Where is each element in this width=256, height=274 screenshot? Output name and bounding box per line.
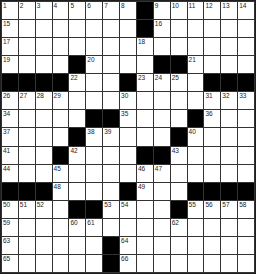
- clue-number: 20: [87, 56, 94, 64]
- grid-cell[interactable]: [221, 237, 237, 254]
- grid-cell[interactable]: 19: [2, 56, 18, 73]
- grid-cell[interactable]: [171, 237, 187, 254]
- grid-cell[interactable]: [53, 38, 69, 55]
- crossword-puzzle: 1234567891011121314151617181920212223242…: [0, 0, 256, 274]
- grid-cell[interactable]: [103, 165, 119, 182]
- grid-cell[interactable]: 2: [19, 2, 35, 19]
- grid-cell[interactable]: [120, 38, 136, 55]
- grid-cell[interactable]: [188, 255, 204, 272]
- clue-number: 33: [239, 92, 246, 100]
- grid-cell[interactable]: 44: [2, 165, 18, 182]
- grid-cell[interactable]: [238, 237, 254, 254]
- grid-cell[interactable]: [86, 92, 102, 109]
- grid-cell[interactable]: [53, 128, 69, 145]
- grid-cell[interactable]: [36, 110, 52, 127]
- grid-cell[interactable]: [19, 56, 35, 73]
- black-cell: [69, 128, 85, 145]
- grid-cell[interactable]: [204, 147, 220, 164]
- clue-number: 50: [3, 201, 10, 209]
- grid-cell[interactable]: [103, 219, 119, 236]
- grid-cell[interactable]: [36, 38, 52, 55]
- clue-number: 31: [205, 92, 212, 100]
- grid-cell[interactable]: 48: [53, 183, 69, 200]
- grid-cell[interactable]: [204, 128, 220, 145]
- grid-cell[interactable]: [238, 255, 254, 272]
- grid-cell[interactable]: [53, 237, 69, 254]
- grid-cell[interactable]: [221, 38, 237, 55]
- grid-cell[interactable]: 22: [69, 74, 85, 91]
- black-cell: [137, 20, 153, 37]
- grid-cell[interactable]: 59: [2, 219, 18, 236]
- grid-cell[interactable]: 43: [171, 147, 187, 164]
- black-cell: [19, 183, 35, 200]
- clue-number: 41: [3, 147, 10, 155]
- clue-number: 57: [222, 201, 229, 209]
- clue-number: 37: [3, 128, 10, 136]
- grid-cell[interactable]: [221, 110, 237, 127]
- grid-cell[interactable]: [221, 128, 237, 145]
- grid-cell[interactable]: 8: [120, 2, 136, 19]
- clue-number: 29: [54, 92, 61, 100]
- clue-number: 32: [222, 92, 229, 100]
- grid-cell[interactable]: [238, 110, 254, 127]
- grid-cell[interactable]: [86, 255, 102, 272]
- clue-number: 38: [87, 128, 94, 136]
- clue-number: 13: [222, 2, 229, 10]
- black-cell: [188, 183, 204, 200]
- grid-cell[interactable]: [53, 56, 69, 73]
- grid-cell[interactable]: [154, 183, 170, 200]
- grid-cell[interactable]: [238, 20, 254, 37]
- clue-number: 48: [54, 183, 61, 191]
- grid-cell[interactable]: 55: [188, 201, 204, 218]
- grid-cell[interactable]: 51: [19, 201, 35, 218]
- clue-number: 21: [189, 56, 196, 64]
- grid-cell[interactable]: [103, 92, 119, 109]
- grid-cell[interactable]: [69, 110, 85, 127]
- grid-cell[interactable]: [103, 56, 119, 73]
- clue-number: 15: [3, 20, 10, 28]
- grid-cell[interactable]: [154, 92, 170, 109]
- grid-cell[interactable]: [238, 165, 254, 182]
- clue-number: 36: [205, 110, 212, 118]
- grid-cell[interactable]: 13: [221, 2, 237, 19]
- grid-cell[interactable]: 18: [137, 38, 153, 55]
- grid-cell[interactable]: 57: [221, 201, 237, 218]
- grid-cell[interactable]: [120, 147, 136, 164]
- grid-cell[interactable]: [120, 165, 136, 182]
- grid-cell[interactable]: 7: [103, 2, 119, 19]
- black-cell: [103, 237, 119, 254]
- black-cell: [238, 183, 254, 200]
- clue-number: 26: [3, 92, 10, 100]
- clue-number: 61: [87, 219, 94, 227]
- clue-number: 64: [121, 237, 128, 245]
- grid-cell[interactable]: [188, 237, 204, 254]
- grid-cell[interactable]: 26: [2, 92, 18, 109]
- black-cell: [188, 110, 204, 127]
- grid-cell[interactable]: [137, 56, 153, 73]
- clue-number: 9: [155, 2, 159, 10]
- grid-cell[interactable]: [238, 56, 254, 73]
- grid-cell[interactable]: 42: [69, 147, 85, 164]
- grid-cell[interactable]: [171, 183, 187, 200]
- grid-cell[interactable]: 9: [154, 2, 170, 19]
- black-cell: [36, 183, 52, 200]
- grid-cell[interactable]: [36, 147, 52, 164]
- clue-number: 8: [121, 2, 125, 10]
- grid-cell[interactable]: [171, 92, 187, 109]
- black-cell: [137, 2, 153, 19]
- grid-cell[interactable]: [53, 110, 69, 127]
- black-cell: [221, 74, 237, 91]
- grid-cell[interactable]: [103, 147, 119, 164]
- grid-cell[interactable]: [188, 74, 204, 91]
- grid-cell[interactable]: 10: [171, 2, 187, 19]
- grid-cell[interactable]: [69, 255, 85, 272]
- grid-cell[interactable]: [36, 219, 52, 236]
- clue-number: 60: [70, 219, 77, 227]
- black-cell: [53, 147, 69, 164]
- grid-cell[interactable]: [221, 56, 237, 73]
- clue-number: 55: [189, 201, 196, 209]
- grid-cell[interactable]: [188, 92, 204, 109]
- grid-cell[interactable]: [69, 165, 85, 182]
- grid-cell[interactable]: [188, 38, 204, 55]
- grid-cell[interactable]: 62: [171, 219, 187, 236]
- grid-cell[interactable]: 36: [204, 110, 220, 127]
- clue-number: 10: [172, 2, 179, 10]
- black-cell: [204, 74, 220, 91]
- clue-number: 35: [121, 110, 128, 118]
- grid-cell[interactable]: 11: [188, 2, 204, 19]
- grid-cell[interactable]: [120, 20, 136, 37]
- grid-cell[interactable]: [19, 110, 35, 127]
- grid-cell[interactable]: [69, 38, 85, 55]
- grid-cell[interactable]: 4: [53, 2, 69, 19]
- grid-cell[interactable]: 46: [137, 165, 153, 182]
- grid-cell[interactable]: [171, 110, 187, 127]
- grid-cell[interactable]: 1: [2, 2, 18, 19]
- clue-number: 14: [239, 2, 246, 10]
- black-cell: [103, 255, 119, 272]
- clue-number: 53: [104, 201, 111, 209]
- grid-cell[interactable]: [103, 74, 119, 91]
- black-cell: [2, 74, 18, 91]
- clue-number: 43: [172, 147, 179, 155]
- clue-number: 49: [138, 183, 145, 191]
- clue-number: 40: [189, 128, 196, 136]
- grid-cell[interactable]: [69, 183, 85, 200]
- grid-cell[interactable]: [86, 183, 102, 200]
- clue-number: 4: [54, 2, 58, 10]
- grid-cell[interactable]: [188, 20, 204, 37]
- grid-cell[interactable]: [137, 110, 153, 127]
- grid-cell[interactable]: 35: [120, 110, 136, 127]
- black-cell: [204, 183, 220, 200]
- grid-cell[interactable]: [204, 38, 220, 55]
- grid-cell[interactable]: [238, 147, 254, 164]
- clue-number: 6: [87, 2, 91, 10]
- grid-cell[interactable]: [103, 38, 119, 55]
- grid-cell[interactable]: 53: [103, 201, 119, 218]
- black-cell: [19, 74, 35, 91]
- grid-cell[interactable]: [204, 237, 220, 254]
- grid-cell[interactable]: 33: [238, 92, 254, 109]
- grid-cell[interactable]: 15: [2, 20, 18, 37]
- clue-number: 42: [70, 147, 77, 155]
- black-cell: [69, 56, 85, 73]
- grid-cell[interactable]: 29: [53, 92, 69, 109]
- grid-cell[interactable]: [36, 20, 52, 37]
- grid-cell[interactable]: 50: [2, 201, 18, 218]
- grid-cell[interactable]: [221, 165, 237, 182]
- grid-cell[interactable]: [154, 128, 170, 145]
- clue-number: 45: [54, 165, 61, 173]
- grid-cell[interactable]: 17: [2, 38, 18, 55]
- grid-cell[interactable]: 14: [238, 2, 254, 19]
- grid-cell[interactable]: 52: [36, 201, 52, 218]
- grid-cell[interactable]: [137, 128, 153, 145]
- grid-cell[interactable]: [171, 38, 187, 55]
- grid-cell[interactable]: 56: [204, 201, 220, 218]
- grid-cell[interactable]: [86, 147, 102, 164]
- grid-cell[interactable]: [154, 38, 170, 55]
- grid-cell[interactable]: [69, 92, 85, 109]
- black-cell: [171, 201, 187, 218]
- grid-cell[interactable]: 32: [221, 92, 237, 109]
- grid-cell[interactable]: 45: [53, 165, 69, 182]
- grid-cell[interactable]: [19, 237, 35, 254]
- grid-cell[interactable]: [238, 219, 254, 236]
- grid-cell[interactable]: 60: [69, 219, 85, 236]
- clue-number: 25: [172, 74, 179, 82]
- clue-number: 18: [138, 38, 145, 46]
- grid-cell[interactable]: [86, 20, 102, 37]
- grid-cell[interactable]: 25: [171, 74, 187, 91]
- grid-cell[interactable]: [120, 219, 136, 236]
- black-cell: [86, 201, 102, 218]
- grid-cell[interactable]: 20: [86, 56, 102, 73]
- grid-cell[interactable]: [171, 20, 187, 37]
- clue-number: 56: [205, 201, 212, 209]
- clue-number: 46: [138, 165, 145, 173]
- clue-number: 51: [20, 201, 27, 209]
- grid-cell[interactable]: 37: [2, 128, 18, 145]
- grid-cell[interactable]: [19, 38, 35, 55]
- grid-cell[interactable]: 47: [154, 165, 170, 182]
- grid-cell[interactable]: [154, 255, 170, 272]
- grid-cell[interactable]: [204, 56, 220, 73]
- grid-cell[interactable]: [137, 201, 153, 218]
- grid-cell[interactable]: 23: [137, 74, 153, 91]
- clue-number: 30: [121, 92, 128, 100]
- grid-cell[interactable]: [53, 20, 69, 37]
- clue-number: 5: [70, 2, 74, 10]
- grid-cell[interactable]: 49: [137, 183, 153, 200]
- clue-number: 34: [3, 110, 10, 118]
- clue-number: 44: [3, 165, 10, 173]
- black-cell: [2, 183, 18, 200]
- grid-cell[interactable]: [103, 183, 119, 200]
- grid-cell[interactable]: [188, 219, 204, 236]
- black-cell: [120, 74, 136, 91]
- clue-number: 11: [189, 2, 196, 10]
- clue-number: 24: [155, 74, 162, 82]
- grid-cell[interactable]: [86, 165, 102, 182]
- clue-number: 12: [205, 2, 212, 10]
- grid-cell[interactable]: [36, 56, 52, 73]
- grid-cell[interactable]: 16: [154, 20, 170, 37]
- grid-cell[interactable]: [36, 255, 52, 272]
- grid-cell[interactable]: [86, 237, 102, 254]
- black-cell: [171, 56, 187, 73]
- clue-number: 52: [37, 201, 44, 209]
- grid-cell[interactable]: [154, 219, 170, 236]
- clue-number: 59: [3, 219, 10, 227]
- black-cell: [238, 74, 254, 91]
- grid-cell[interactable]: 3: [36, 2, 52, 19]
- grid-cell[interactable]: 40: [188, 128, 204, 145]
- grid-cell[interactable]: 34: [2, 110, 18, 127]
- grid-cell[interactable]: [171, 165, 187, 182]
- clue-number: 28: [37, 92, 44, 100]
- clue-number: 62: [172, 219, 179, 227]
- clue-number: 17: [3, 38, 10, 46]
- black-cell: [137, 147, 153, 164]
- grid-cell[interactable]: [53, 219, 69, 236]
- grid-cell[interactable]: 30: [120, 92, 136, 109]
- grid-cell[interactable]: [19, 219, 35, 236]
- crossword-grid: 1234567891011121314151617181920212223242…: [0, 0, 256, 274]
- grid-cell[interactable]: 58: [238, 201, 254, 218]
- grid-cell[interactable]: [137, 255, 153, 272]
- grid-cell[interactable]: [171, 255, 187, 272]
- clue-number: 39: [104, 128, 111, 136]
- grid-cell[interactable]: [69, 20, 85, 37]
- grid-cell[interactable]: [36, 165, 52, 182]
- clue-number: 54: [121, 201, 128, 209]
- grid-cell[interactable]: [19, 20, 35, 37]
- grid-cell[interactable]: [221, 219, 237, 236]
- grid-cell[interactable]: 64: [120, 237, 136, 254]
- clue-number: 16: [155, 20, 162, 28]
- grid-cell[interactable]: 24: [154, 74, 170, 91]
- black-cell: [36, 74, 52, 91]
- grid-cell[interactable]: 38: [86, 128, 102, 145]
- grid-cell[interactable]: [154, 237, 170, 254]
- clue-number: 23: [138, 74, 145, 82]
- grid-cell[interactable]: [19, 255, 35, 272]
- grid-cell[interactable]: 31: [204, 92, 220, 109]
- black-cell: [103, 110, 119, 127]
- grid-cell[interactable]: [120, 56, 136, 73]
- grid-cell[interactable]: [221, 147, 237, 164]
- grid-cell[interactable]: [19, 147, 35, 164]
- grid-cell[interactable]: [19, 128, 35, 145]
- grid-cell[interactable]: [137, 237, 153, 254]
- grid-cell[interactable]: [69, 237, 85, 254]
- grid-cell[interactable]: [86, 38, 102, 55]
- clue-number: 22: [70, 74, 77, 82]
- grid-cell[interactable]: 65: [2, 255, 18, 272]
- clue-number: 66: [121, 255, 128, 263]
- grid-cell[interactable]: [154, 201, 170, 218]
- grid-cell[interactable]: [86, 74, 102, 91]
- grid-cell[interactable]: 63: [2, 237, 18, 254]
- grid-cell[interactable]: 5: [69, 2, 85, 19]
- grid-cell[interactable]: [103, 20, 119, 37]
- black-cell: [120, 183, 136, 200]
- grid-cell[interactable]: [188, 165, 204, 182]
- grid-cell[interactable]: [238, 128, 254, 145]
- black-cell: [221, 183, 237, 200]
- clue-number: 1: [3, 2, 7, 10]
- black-cell: [53, 74, 69, 91]
- black-cell: [154, 56, 170, 73]
- grid-cell[interactable]: 61: [86, 219, 102, 236]
- black-cell: [86, 110, 102, 127]
- grid-cell[interactable]: [19, 165, 35, 182]
- clue-number: 2: [20, 2, 24, 10]
- grid-cell[interactable]: [137, 219, 153, 236]
- grid-cell[interactable]: [238, 38, 254, 55]
- grid-cell[interactable]: 12: [204, 2, 220, 19]
- clue-number: 58: [239, 201, 246, 209]
- clue-number: 65: [3, 255, 10, 263]
- grid-cell[interactable]: 66: [120, 255, 136, 272]
- grid-cell[interactable]: [204, 20, 220, 37]
- grid-cell[interactable]: 28: [36, 92, 52, 109]
- grid-cell[interactable]: [36, 237, 52, 254]
- grid-cell[interactable]: [53, 255, 69, 272]
- grid-cell[interactable]: [204, 255, 220, 272]
- grid-cell[interactable]: [120, 128, 136, 145]
- grid-cell[interactable]: 41: [2, 147, 18, 164]
- grid-cell[interactable]: 27: [19, 92, 35, 109]
- black-cell: [154, 147, 170, 164]
- clue-number: 47: [155, 165, 162, 173]
- grid-cell[interactable]: [154, 110, 170, 127]
- grid-cell[interactable]: [204, 219, 220, 236]
- grid-cell[interactable]: 39: [103, 128, 119, 145]
- grid-cell[interactable]: 54: [120, 201, 136, 218]
- grid-cell[interactable]: [53, 201, 69, 218]
- clue-number: 3: [37, 2, 41, 10]
- clue-number: 7: [104, 2, 108, 10]
- grid-cell[interactable]: [137, 92, 153, 109]
- clue-number: 27: [20, 92, 27, 100]
- clue-number: 63: [3, 237, 10, 245]
- grid-cell[interactable]: [36, 128, 52, 145]
- grid-cell[interactable]: 6: [86, 2, 102, 19]
- black-cell: [171, 128, 187, 145]
- black-cell: [69, 201, 85, 218]
- clue-number: 19: [3, 56, 10, 64]
- grid-cell[interactable]: 21: [188, 56, 204, 73]
- grid-cell[interactable]: [221, 20, 237, 37]
- grid-cell[interactable]: [204, 165, 220, 182]
- grid-cell[interactable]: [221, 255, 237, 272]
- grid-cell[interactable]: [188, 147, 204, 164]
